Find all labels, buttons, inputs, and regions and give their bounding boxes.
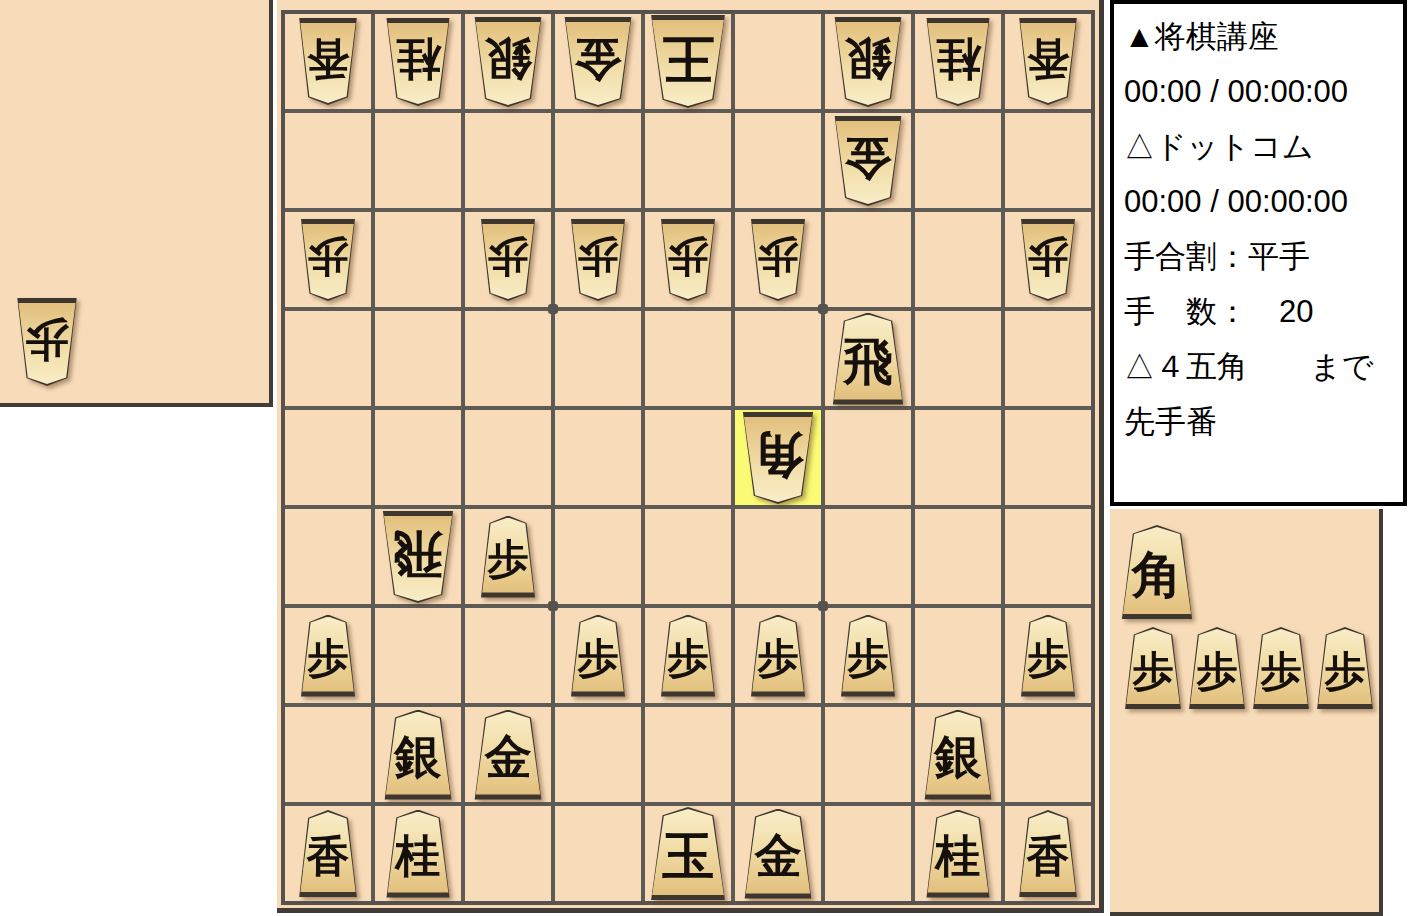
koma-sente-歩[interactable]: 歩 bbox=[568, 615, 628, 697]
koma-gote-歩[interactable]: 歩 bbox=[658, 219, 718, 301]
square-91[interactable]: 香 bbox=[285, 14, 371, 109]
koma-gote-金[interactable]: 金 bbox=[561, 17, 635, 107]
koma-kanji: 銀 bbox=[395, 725, 442, 781]
koma-gote-歩[interactable]: 歩 bbox=[478, 219, 538, 301]
koma-kanji: 歩 bbox=[848, 629, 889, 679]
square-13[interactable]: 歩 bbox=[1005, 212, 1091, 307]
square-67[interactable]: 歩 bbox=[555, 608, 641, 703]
koma-kanji: 歩 bbox=[25, 317, 69, 370]
koma-sente-歩[interactable]: 歩 bbox=[1250, 627, 1312, 709]
koma-gote-飛[interactable]: 飛 bbox=[379, 511, 457, 603]
square-24[interactable] bbox=[915, 311, 1001, 406]
square-94[interactable] bbox=[285, 311, 371, 406]
square-76[interactable]: 歩 bbox=[465, 509, 551, 604]
koma-gote-歩[interactable]: 歩 bbox=[1018, 219, 1078, 301]
square-88[interactable]: 銀 bbox=[375, 707, 461, 802]
square-17[interactable]: 歩 bbox=[1005, 608, 1091, 703]
koma-kanji: 歩 bbox=[758, 629, 799, 679]
square-42[interactable] bbox=[735, 113, 821, 208]
star-point bbox=[548, 304, 558, 314]
koma-kanji: 王 bbox=[662, 33, 714, 94]
koma-kanji: 角 bbox=[753, 430, 803, 489]
koma-gote-桂[interactable]: 桂 bbox=[923, 18, 993, 106]
koma-sente-銀[interactable]: 銀 bbox=[381, 710, 455, 800]
star-point bbox=[818, 304, 828, 314]
square-36[interactable] bbox=[825, 509, 911, 604]
star-point bbox=[818, 601, 828, 611]
koma-sente-香[interactable]: 香 bbox=[296, 810, 360, 897]
koma-kanji: 歩 bbox=[308, 236, 349, 286]
square-33[interactable] bbox=[825, 212, 911, 307]
square-83[interactable] bbox=[375, 212, 461, 307]
square-65[interactable] bbox=[555, 410, 641, 505]
koma-gote-角[interactable]: 角 bbox=[739, 412, 817, 504]
koma-kanji: 歩 bbox=[1261, 642, 1302, 692]
gote-clock: 00:00 / 00:00:00 bbox=[1124, 174, 1403, 229]
koma-gote-香[interactable]: 香 bbox=[1016, 18, 1080, 105]
square-21[interactable]: 桂 bbox=[915, 14, 1001, 109]
koma-kanji: 歩 bbox=[488, 236, 529, 286]
koma-kanji: 歩 bbox=[1028, 236, 1069, 286]
koma-kanji: 飛 bbox=[843, 328, 893, 387]
square-79[interactable] bbox=[465, 806, 551, 901]
square-87[interactable] bbox=[375, 608, 461, 703]
square-71[interactable]: 銀 bbox=[465, 14, 551, 109]
square-48[interactable] bbox=[735, 707, 821, 802]
square-96[interactable] bbox=[285, 509, 371, 604]
koma-kanji: 歩 bbox=[1028, 629, 1069, 679]
info-panel: ▲将棋講座 00:00 / 00:00:00 △ドットコム 00:00 / 00… bbox=[1110, 0, 1407, 506]
koma-kanji: 角 bbox=[1132, 541, 1182, 600]
square-95[interactable] bbox=[285, 410, 371, 505]
gote-player-name: △ドットコム bbox=[1124, 119, 1403, 174]
koma-kanji: 香 bbox=[307, 826, 350, 878]
square-77[interactable] bbox=[465, 608, 551, 703]
square-53[interactable]: 歩 bbox=[645, 212, 731, 307]
square-64[interactable] bbox=[555, 311, 641, 406]
square-62[interactable] bbox=[555, 113, 641, 208]
square-14[interactable] bbox=[1005, 311, 1091, 406]
koma-kanji: 歩 bbox=[1197, 642, 1238, 692]
square-49[interactable]: 金 bbox=[735, 806, 821, 901]
square-93[interactable]: 歩 bbox=[285, 212, 371, 307]
koma-kanji: 銀 bbox=[935, 725, 982, 781]
koma-sente-歩[interactable]: 歩 bbox=[1314, 627, 1376, 709]
koma-kanji: 歩 bbox=[578, 236, 619, 286]
koma-gote-歩[interactable]: 歩 bbox=[568, 219, 628, 301]
koma-gote-香[interactable]: 香 bbox=[296, 18, 360, 105]
square-18[interactable] bbox=[1005, 707, 1091, 802]
square-31[interactable]: 銀 bbox=[825, 14, 911, 109]
square-63[interactable]: 歩 bbox=[555, 212, 641, 307]
square-73[interactable]: 歩 bbox=[465, 212, 551, 307]
square-27[interactable] bbox=[915, 608, 1001, 703]
square-61[interactable]: 金 bbox=[555, 14, 641, 109]
turn-indicator: 先手番 bbox=[1124, 394, 1403, 449]
shogi-board: 香桂銀金王銀桂香金歩歩歩歩歩歩飛角飛歩歩歩歩歩歩歩銀金銀香桂玉金桂香 bbox=[281, 10, 1095, 905]
square-52[interactable] bbox=[645, 113, 731, 208]
koma-sente-金[interactable]: 金 bbox=[741, 809, 815, 899]
square-69[interactable] bbox=[555, 806, 641, 901]
koma-kanji: 金 bbox=[485, 725, 532, 781]
square-38[interactable] bbox=[825, 707, 911, 802]
square-86[interactable]: 飛 bbox=[375, 509, 461, 604]
koma-kanji: 玉 bbox=[662, 822, 714, 883]
square-75[interactable] bbox=[465, 410, 551, 505]
square-26[interactable] bbox=[915, 509, 1001, 604]
square-97[interactable]: 歩 bbox=[285, 608, 371, 703]
square-72[interactable] bbox=[465, 113, 551, 208]
koma-sente-歩[interactable]: 歩 bbox=[838, 615, 898, 697]
sente-clock: 00:00 / 00:00:00 bbox=[1124, 64, 1403, 119]
koma-sente-桂[interactable]: 桂 bbox=[923, 810, 993, 898]
koma-kanji: 歩 bbox=[578, 629, 619, 679]
koma-sente-金[interactable]: 金 bbox=[471, 710, 545, 800]
square-11[interactable]: 香 bbox=[1005, 14, 1091, 109]
square-98[interactable] bbox=[285, 707, 371, 802]
koma-kanji: 香 bbox=[1027, 826, 1070, 878]
square-46[interactable] bbox=[735, 509, 821, 604]
koma-kanji: 歩 bbox=[758, 236, 799, 286]
square-34[interactable]: 飛 bbox=[825, 311, 911, 406]
koma-kanji: 香 bbox=[1027, 37, 1070, 89]
square-89[interactable]: 桂 bbox=[375, 806, 461, 901]
square-45[interactable]: 角 bbox=[735, 410, 821, 505]
koma-sente-歩[interactable]: 歩 bbox=[748, 615, 808, 697]
square-85[interactable] bbox=[375, 410, 461, 505]
koma-kanji: 桂 bbox=[396, 825, 441, 879]
koma-kanji: 歩 bbox=[1133, 642, 1174, 692]
square-15[interactable] bbox=[1005, 410, 1091, 505]
koma-kanji: 飛 bbox=[393, 529, 443, 588]
square-37[interactable]: 歩 bbox=[825, 608, 911, 703]
square-19[interactable]: 香 bbox=[1005, 806, 1091, 901]
koma-gote-金[interactable]: 金 bbox=[831, 116, 905, 206]
koma-sente-香[interactable]: 香 bbox=[1016, 810, 1080, 897]
koma-kanji: 桂 bbox=[396, 36, 441, 90]
koma-gote-銀[interactable]: 銀 bbox=[831, 17, 905, 107]
sente-hand-tray: 角歩歩歩歩 bbox=[1110, 509, 1383, 916]
koma-sente-歩[interactable]: 歩 bbox=[298, 615, 358, 697]
square-78[interactable]: 金 bbox=[465, 707, 551, 802]
koma-kanji: 歩 bbox=[668, 629, 709, 679]
koma-kanji: 金 bbox=[575, 35, 622, 91]
square-43[interactable]: 歩 bbox=[735, 212, 821, 307]
square-56[interactable] bbox=[645, 509, 731, 604]
koma-gote-桂[interactable]: 桂 bbox=[383, 18, 453, 106]
square-82[interactable] bbox=[375, 113, 461, 208]
koma-kanji: 香 bbox=[307, 37, 350, 89]
koma-kanji: 歩 bbox=[1325, 642, 1366, 692]
square-41[interactable] bbox=[735, 14, 821, 109]
square-81[interactable]: 桂 bbox=[375, 14, 461, 109]
square-12[interactable] bbox=[1005, 113, 1091, 208]
square-58[interactable] bbox=[645, 707, 731, 802]
square-29[interactable]: 桂 bbox=[915, 806, 1001, 901]
square-23[interactable] bbox=[915, 212, 1001, 307]
koma-gote-銀[interactable]: 銀 bbox=[471, 17, 545, 107]
square-47[interactable]: 歩 bbox=[735, 608, 821, 703]
koma-kanji: 歩 bbox=[668, 236, 709, 286]
koma-sente-歩[interactable]: 歩 bbox=[658, 615, 718, 697]
square-68[interactable] bbox=[555, 707, 641, 802]
koma-sente-歩[interactable]: 歩 bbox=[1122, 627, 1184, 709]
koma-kanji: 金 bbox=[755, 824, 802, 880]
square-99[interactable]: 香 bbox=[285, 806, 371, 901]
koma-sente-玉[interactable]: 玉 bbox=[647, 807, 729, 900]
koma-kanji: 歩 bbox=[488, 530, 529, 580]
koma-kanji: 銀 bbox=[845, 35, 892, 91]
koma-gote-歩[interactable]: 歩 bbox=[298, 219, 358, 301]
koma-sente-飛[interactable]: 飛 bbox=[829, 313, 907, 405]
koma-kanji: 銀 bbox=[485, 35, 532, 91]
koma-kanji: 金 bbox=[845, 134, 892, 190]
square-74[interactable] bbox=[465, 311, 551, 406]
square-28[interactable]: 銀 bbox=[915, 707, 1001, 802]
koma-sente-歩[interactable]: 歩 bbox=[478, 516, 538, 598]
square-59[interactable]: 玉 bbox=[645, 806, 731, 901]
square-51[interactable]: 王 bbox=[645, 14, 731, 109]
move-count-label: 手 数： 20 bbox=[1124, 284, 1403, 339]
koma-sente-歩[interactable]: 歩 bbox=[1018, 615, 1078, 697]
square-66[interactable] bbox=[555, 509, 641, 604]
koma-sente-角[interactable]: 角 bbox=[1118, 525, 1196, 619]
last-move-label: △４五角 まで bbox=[1124, 339, 1403, 394]
koma-kanji: 歩 bbox=[308, 629, 349, 679]
square-35[interactable] bbox=[825, 410, 911, 505]
koma-sente-桂[interactable]: 桂 bbox=[383, 810, 453, 898]
square-44[interactable] bbox=[735, 311, 821, 406]
handicap-label: 手合割：平手 bbox=[1124, 229, 1403, 284]
koma-kanji: 桂 bbox=[936, 825, 981, 879]
square-16[interactable] bbox=[1005, 509, 1091, 604]
square-39[interactable] bbox=[825, 806, 911, 901]
square-92[interactable] bbox=[285, 113, 371, 208]
koma-sente-銀[interactable]: 銀 bbox=[921, 710, 995, 800]
square-55[interactable] bbox=[645, 410, 731, 505]
square-54[interactable] bbox=[645, 311, 731, 406]
square-25[interactable] bbox=[915, 410, 1001, 505]
sente-player-name: ▲将棋講座 bbox=[1124, 9, 1403, 64]
square-84[interactable] bbox=[375, 311, 461, 406]
koma-gote-歩[interactable]: 歩 bbox=[14, 298, 80, 386]
square-57[interactable]: 歩 bbox=[645, 608, 731, 703]
gote-hand-tray: 歩 bbox=[0, 0, 273, 407]
koma-gote-王[interactable]: 王 bbox=[647, 15, 729, 108]
board-block: 香桂銀金王銀桂香金歩歩歩歩歩歩飛角飛歩歩歩歩歩歩歩銀金銀香桂玉金桂香 bbox=[277, 0, 1104, 913]
koma-gote-歩[interactable]: 歩 bbox=[748, 219, 808, 301]
koma-kanji: 桂 bbox=[936, 36, 981, 90]
koma-sente-歩[interactable]: 歩 bbox=[1186, 627, 1248, 709]
star-point bbox=[548, 601, 558, 611]
square-32[interactable]: 金 bbox=[825, 113, 911, 208]
square-22[interactable] bbox=[915, 113, 1001, 208]
